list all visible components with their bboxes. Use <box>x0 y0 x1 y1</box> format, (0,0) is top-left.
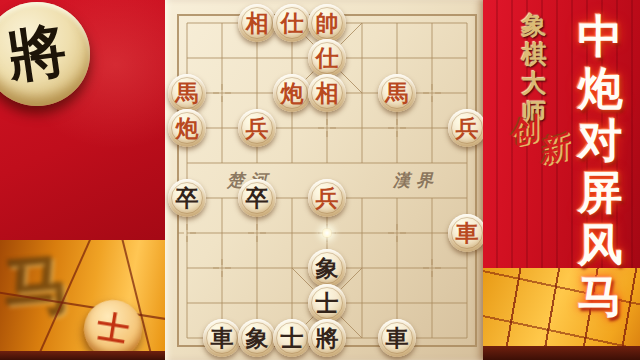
piece-black-象[interactable]: 象 <box>308 249 346 287</box>
piece-red-相[interactable]: 相 <box>238 4 276 42</box>
title-char-4: 风 <box>578 222 623 268</box>
river-label-han-jie: 漢界 <box>393 169 439 192</box>
piece-black-卒[interactable]: 卒 <box>168 179 206 217</box>
piece-red-馬[interactable]: 馬 <box>168 74 206 112</box>
subtitle-char-2: 大 <box>522 71 547 97</box>
title-char-0: 中 <box>578 14 623 60</box>
stamp-char-xin: 新 <box>535 127 573 173</box>
left-photo-strip: 马 士 <box>0 240 165 360</box>
piece-red-馬[interactable]: 馬 <box>378 74 416 112</box>
piece-red-兵[interactable]: 兵 <box>448 109 486 147</box>
subtitle-xiangqi-master: 象棋大师 <box>520 13 548 126</box>
left-curtain-panel: 马 士 將 <box>0 0 165 360</box>
title-char-5: 马 <box>578 274 623 320</box>
title-char-2: 对 <box>578 118 623 164</box>
title-char-1: 炮 <box>578 66 623 112</box>
piece-red-帥[interactable]: 帥 <box>308 4 346 42</box>
piece-red-仕[interactable]: 仕 <box>273 4 311 42</box>
subtitle-char-0: 象 <box>522 13 547 39</box>
piece-black-車[interactable]: 車 <box>203 319 241 357</box>
episode-title: 中炮对屏风马 <box>576 14 624 320</box>
table-edge-shadow <box>483 346 640 360</box>
xiangqi-board[interactable]: 楚河 漢界 相仕帥仕馬炮相馬炮兵兵兵車卒卒象士車象士將車 <box>165 0 483 360</box>
piece-red-炮[interactable]: 炮 <box>273 74 311 112</box>
piece-red-兵[interactable]: 兵 <box>308 179 346 217</box>
photo-advisor-glyph: 士 <box>94 305 132 353</box>
photo-general-glyph: 將 <box>3 11 71 96</box>
piece-black-象[interactable]: 象 <box>238 319 276 357</box>
piece-red-車[interactable]: 車 <box>448 214 486 252</box>
photo-general-piece: 將 <box>0 2 90 106</box>
piece-red-兵[interactable]: 兵 <box>238 109 276 147</box>
piece-black-士[interactable]: 士 <box>308 284 346 322</box>
last-move-indicator <box>322 228 332 238</box>
table-edge-shadow <box>0 351 165 360</box>
piece-black-車[interactable]: 車 <box>378 319 416 357</box>
right-curtain-panel: 象棋大师 创 新 中炮对屏风马 <box>483 0 640 360</box>
gold-foil-character: 马 <box>0 240 74 335</box>
piece-black-卒[interactable]: 卒 <box>238 179 276 217</box>
title-char-3: 屏 <box>578 170 623 216</box>
piece-red-炮[interactable]: 炮 <box>168 109 206 147</box>
piece-red-相[interactable]: 相 <box>308 74 346 112</box>
piece-black-士[interactable]: 士 <box>273 319 311 357</box>
video-frame: 马 士 將 楚河 漢界 相仕帥仕馬炮相馬炮兵兵兵車卒卒象士車象士將車 象棋大师 … <box>0 0 640 360</box>
piece-black-將[interactable]: 將 <box>308 319 346 357</box>
subtitle-char-1: 棋 <box>522 42 547 68</box>
piece-red-仕[interactable]: 仕 <box>308 39 346 77</box>
